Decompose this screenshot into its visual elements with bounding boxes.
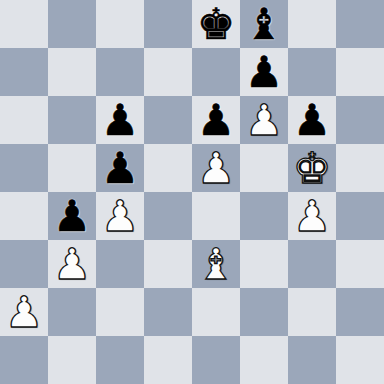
square-e8[interactable]: ♚ [192, 0, 240, 48]
square-c4[interactable]: ♟ [96, 192, 144, 240]
square-h7[interactable] [336, 48, 384, 96]
square-h3[interactable] [336, 240, 384, 288]
piece-white-bishop[interactable]: ♝ [192, 240, 240, 288]
square-d1[interactable] [144, 336, 192, 384]
piece-black-pawn[interactable]: ♟ [192, 96, 240, 144]
square-b6[interactable] [48, 96, 96, 144]
square-f3[interactable] [240, 240, 288, 288]
square-c5[interactable]: ♟ [96, 144, 144, 192]
piece-white-pawn[interactable]: ♟ [288, 192, 336, 240]
square-a6[interactable] [0, 96, 48, 144]
piece-black-pawn[interactable]: ♟ [288, 96, 336, 144]
square-e6[interactable]: ♟ [192, 96, 240, 144]
square-a8[interactable] [0, 0, 48, 48]
square-h6[interactable] [336, 96, 384, 144]
square-b1[interactable] [48, 336, 96, 384]
piece-black-king[interactable]: ♚ [192, 0, 240, 48]
square-b4[interactable]: ♟ [48, 192, 96, 240]
square-a2[interactable]: ♟ [0, 288, 48, 336]
square-f4[interactable] [240, 192, 288, 240]
square-c6[interactable]: ♟ [96, 96, 144, 144]
square-f8[interactable]: ♝ [240, 0, 288, 48]
square-f6[interactable]: ♟ [240, 96, 288, 144]
square-h4[interactable] [336, 192, 384, 240]
square-g8[interactable] [288, 0, 336, 48]
square-g1[interactable] [288, 336, 336, 384]
square-h8[interactable] [336, 0, 384, 48]
square-d8[interactable] [144, 0, 192, 48]
square-a3[interactable] [0, 240, 48, 288]
square-d4[interactable] [144, 192, 192, 240]
square-g2[interactable] [288, 288, 336, 336]
square-g4[interactable]: ♟ [288, 192, 336, 240]
square-b8[interactable] [48, 0, 96, 48]
square-f1[interactable] [240, 336, 288, 384]
piece-black-pawn[interactable]: ♟ [48, 192, 96, 240]
square-d5[interactable] [144, 144, 192, 192]
square-e4[interactable] [192, 192, 240, 240]
piece-black-pawn[interactable]: ♟ [240, 48, 288, 96]
square-a5[interactable] [0, 144, 48, 192]
square-b7[interactable] [48, 48, 96, 96]
square-h2[interactable] [336, 288, 384, 336]
square-a1[interactable] [0, 336, 48, 384]
square-g5[interactable]: ♚ [288, 144, 336, 192]
square-g7[interactable] [288, 48, 336, 96]
piece-white-pawn[interactable]: ♟ [192, 144, 240, 192]
square-h5[interactable] [336, 144, 384, 192]
chess-board: ♚♝♟♟♟♟♟♟♟♚♟♟♟♟♝♟ [0, 0, 384, 384]
square-d7[interactable] [144, 48, 192, 96]
piece-black-pawn[interactable]: ♟ [96, 96, 144, 144]
square-c1[interactable] [96, 336, 144, 384]
square-g3[interactable] [288, 240, 336, 288]
square-b3[interactable]: ♟ [48, 240, 96, 288]
piece-black-pawn[interactable]: ♟ [96, 144, 144, 192]
square-c2[interactable] [96, 288, 144, 336]
piece-black-bishop[interactable]: ♝ [240, 0, 288, 48]
square-e2[interactable] [192, 288, 240, 336]
square-d2[interactable] [144, 288, 192, 336]
square-g6[interactable]: ♟ [288, 96, 336, 144]
piece-white-pawn[interactable]: ♟ [240, 96, 288, 144]
square-d6[interactable] [144, 96, 192, 144]
square-f2[interactable] [240, 288, 288, 336]
piece-white-king[interactable]: ♚ [288, 144, 336, 192]
piece-white-pawn[interactable]: ♟ [96, 192, 144, 240]
square-b2[interactable] [48, 288, 96, 336]
square-a7[interactable] [0, 48, 48, 96]
square-f7[interactable]: ♟ [240, 48, 288, 96]
square-c7[interactable] [96, 48, 144, 96]
square-e1[interactable] [192, 336, 240, 384]
square-e5[interactable]: ♟ [192, 144, 240, 192]
square-e3[interactable]: ♝ [192, 240, 240, 288]
piece-white-pawn[interactable]: ♟ [0, 288, 48, 336]
square-c8[interactable] [96, 0, 144, 48]
square-f5[interactable] [240, 144, 288, 192]
square-b5[interactable] [48, 144, 96, 192]
square-c3[interactable] [96, 240, 144, 288]
square-d3[interactable] [144, 240, 192, 288]
square-e7[interactable] [192, 48, 240, 96]
square-a4[interactable] [0, 192, 48, 240]
piece-white-pawn[interactable]: ♟ [48, 240, 96, 288]
square-h1[interactable] [336, 336, 384, 384]
